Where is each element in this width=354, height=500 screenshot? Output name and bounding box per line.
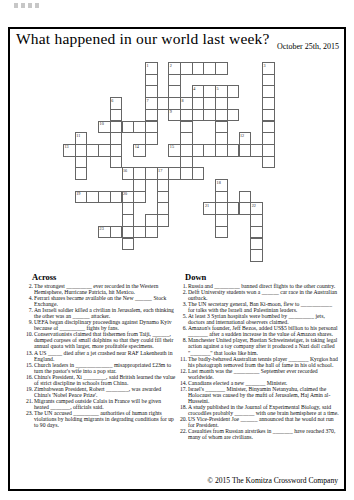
clue-item-number: 10. — [24, 331, 34, 349]
clue-item: 2.Delft University students won a ______… — [178, 289, 340, 301]
clue-item-text: China's President, Xi ________, said Bri… — [34, 374, 176, 386]
clue-item: 5.At least 3 Syrian hospitals were bombe… — [178, 313, 340, 325]
clue-item-text: Israel's _______ Minister, Binyamin Neta… — [188, 386, 340, 404]
puzzle-date: October 25th, 2015 — [277, 42, 339, 51]
clue-number: 3 — [263, 63, 265, 68]
grid-cell[interactable] — [227, 109, 240, 122]
clue-number: 22 — [252, 203, 256, 208]
clue-item: 8.Manchester United player, Bastian Schw… — [178, 337, 340, 355]
clue-item-number: 23. — [24, 410, 34, 428]
clue-item: 7.An Israeli soldier killed a civilian i… — [24, 307, 176, 319]
clue-item-number: 7. — [24, 307, 34, 319]
clue-item: 20.US Vice-President Joe ______ announce… — [178, 416, 340, 428]
copyright-footer: © 2015 The Komitza Crossword Company — [207, 476, 338, 485]
grid-cell[interactable] — [227, 85, 240, 98]
clue-item-number: 13. — [24, 350, 34, 362]
clue-number: 14 — [135, 144, 139, 149]
clue-number: 21 — [205, 203, 209, 208]
clue-item-number: 4. — [24, 295, 34, 307]
clue-item-text: At least 3 Syrian hospitals were bombed … — [188, 313, 340, 325]
clue-item: 4.Ferrari shares became available on the… — [24, 295, 176, 307]
clue-item-number: 5. — [178, 313, 188, 325]
clue-item-number: 12. — [178, 368, 188, 380]
crossword-grid[interactable]: 1234567891011121314151617181920212223 — [63, 62, 275, 262]
clue-item-number: 8. — [178, 337, 188, 355]
clue-item-text: The UN accused _________ authorities of … — [34, 410, 176, 428]
clue-item-number: 21. — [24, 398, 34, 410]
clue-item: 23.The UN accused _________ authorities … — [24, 410, 176, 428]
clue-item-text: An Israeli soldier killed a civilian in … — [34, 307, 176, 319]
clue-item-text: Migrants camped outside Calais in France… — [34, 398, 176, 410]
clue-item: 17.Israel's _______ Minister, Binyamin N… — [178, 386, 340, 404]
clue-number: 6 — [111, 98, 113, 103]
clue-item-text: Delft University students won a ______ c… — [188, 289, 340, 301]
clue-item-number: 2. — [178, 289, 188, 301]
clue-item-text: The UN secretary general, Ban Ki-moon, f… — [188, 301, 340, 313]
grid-cell[interactable]: 14 — [133, 144, 146, 157]
clue-item: 13.A US _____ died after a jet crashed n… — [24, 350, 176, 362]
clue-number: 15 — [170, 144, 174, 149]
clue-item-text: A study published in the Journal of Expe… — [188, 404, 340, 416]
clue-item: 3.The UN secretary general, Ban Ki-moon,… — [178, 301, 340, 313]
grid-cell[interactable] — [122, 238, 135, 251]
grid-cell[interactable] — [250, 249, 263, 262]
grid-cell[interactable] — [192, 167, 205, 180]
clue-item: 22.Casualties from Russian airstrikes in… — [178, 428, 340, 440]
clue-number: 12 — [240, 133, 244, 138]
clue-item-number: 19. — [24, 386, 34, 398]
clue-item-number: 20. — [178, 416, 188, 428]
down-header: Down — [185, 272, 206, 282]
clue-item-text: US Vice-President Joe ______ announced t… — [188, 416, 340, 428]
clue-item-text: The strongest _________ ever recorded in… — [34, 283, 176, 295]
clue-item: 21.Migrants camped outside Calais in Fra… — [24, 398, 176, 410]
across-header: Across — [32, 272, 56, 282]
clue-number: 20 — [123, 191, 127, 196]
clue-item-number: 3. — [178, 301, 188, 313]
clue-item-text: Casualties from Russian airstrikes in __… — [188, 428, 340, 440]
print-header-artifact — [14, 3, 40, 8]
clue-item: 18.A study published in the Journal of E… — [178, 404, 340, 416]
grid-cell[interactable] — [157, 214, 170, 227]
clue-item-text: Manchester United player, Bastian Schwei… — [188, 337, 340, 355]
clue-item: 16.China's President, Xi ________, said … — [24, 374, 176, 386]
clue-number: 1 — [146, 63, 148, 68]
clue-item: 19.Zimbabwean President, Robert ________… — [24, 386, 176, 398]
grid-cell[interactable] — [75, 167, 88, 180]
clue-number: 17 — [158, 168, 162, 173]
clue-number: 4 — [193, 86, 195, 91]
clue-number: 9 — [170, 109, 172, 114]
clue-item: 12.Last month was the _________ Septembe… — [178, 368, 340, 380]
clue-item-text: Zimbabwean President, Robert ________, w… — [34, 386, 176, 398]
clue-item-number: 15. — [24, 362, 34, 374]
clue-item-number: 22. — [178, 428, 188, 440]
clue-number: 19 — [76, 191, 80, 196]
grid-cell[interactable] — [133, 191, 146, 204]
clue-item-number: 17. — [178, 386, 188, 404]
clue-item-number: 16. — [24, 374, 34, 386]
clue-number: 8 — [182, 98, 184, 103]
clue-item: 15.Church leaders in _____________ misap… — [24, 362, 176, 374]
clue-number: 23 — [100, 226, 104, 231]
clue-item: 2.The strongest _________ ever recorded … — [24, 283, 176, 295]
clue-item-text: Last month was the _________ September e… — [188, 368, 340, 380]
clue-number: 11 — [76, 133, 80, 138]
across-clue-list: 2.The strongest _________ ever recorded … — [24, 283, 176, 428]
grid-cell[interactable] — [145, 226, 158, 239]
clue-number: 13 — [65, 144, 69, 149]
clue-item-number: 18. — [178, 404, 188, 416]
clue-item-text: A US _____ died after a jet crashed near… — [34, 350, 176, 362]
grid-cell[interactable] — [215, 226, 228, 239]
clue-item: 9.UEFA began disciplinary proceedings ag… — [24, 319, 176, 331]
clue-item-number: 11. — [178, 356, 188, 368]
clue-number: 2 — [170, 63, 172, 68]
clue-item-text: Church leaders in _____________ misappro… — [34, 362, 176, 374]
clue-item-text: The badly-behaved Australian tennis play… — [188, 356, 340, 368]
clue-number: 16 — [123, 168, 127, 173]
clue-item: 11.The badly-behaved Australian tennis p… — [178, 356, 340, 368]
crossword-page: What happened in our world last week? Oc… — [0, 0, 354, 500]
grid-cell[interactable] — [262, 156, 275, 169]
clue-item-text: Ferrari shares became available on the N… — [34, 295, 176, 307]
clue-item-number: 2. — [24, 283, 34, 295]
down-clue-list: 1.Russia and _________ banned direct fli… — [178, 283, 340, 440]
clue-number: 10 — [100, 121, 104, 126]
clue-number: 18 — [217, 180, 221, 185]
clue-item-number: 6. — [178, 325, 188, 337]
clue-item-text: UEFA began disciplinary proceedings agai… — [34, 319, 176, 331]
puzzle-sheet: What happened in our world last week? Oc… — [8, 27, 346, 491]
clue-item: 10.Conservationists claimed that fisherm… — [24, 331, 176, 349]
clue-item-text: Conservationists claimed that fishermen … — [34, 331, 176, 349]
clue-item: 6.Amazon's founder, Jeff Bezos, added US… — [178, 325, 340, 337]
grid-cell[interactable] — [145, 132, 158, 145]
grid-cell[interactable] — [215, 62, 228, 75]
clue-number: 7 — [146, 98, 148, 103]
clue-number: 5 — [217, 86, 219, 91]
clue-item-text: Amazon's founder, Jeff Bezos, added US$5… — [188, 325, 340, 337]
clue-item-number: 9. — [24, 319, 34, 331]
